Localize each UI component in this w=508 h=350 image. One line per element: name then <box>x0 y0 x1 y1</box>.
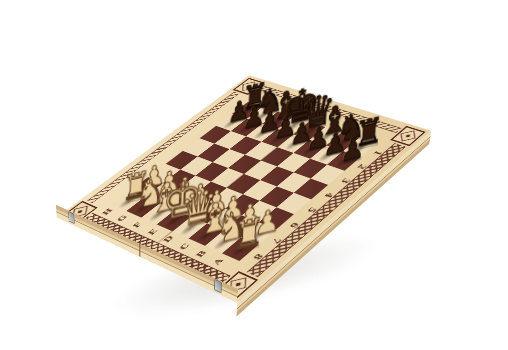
clasp-2 <box>214 279 222 294</box>
piece-cell-c5 <box>260 166 293 186</box>
photo-stage: HGFEDCBA 87654321 ♜♟♟♜♞♟♟♞♝♟♟♝♚♟♟♚♛♟♟♛♝♟… <box>0 0 508 350</box>
clasp-1 <box>68 211 74 224</box>
fold-cut-line <box>139 243 140 257</box>
